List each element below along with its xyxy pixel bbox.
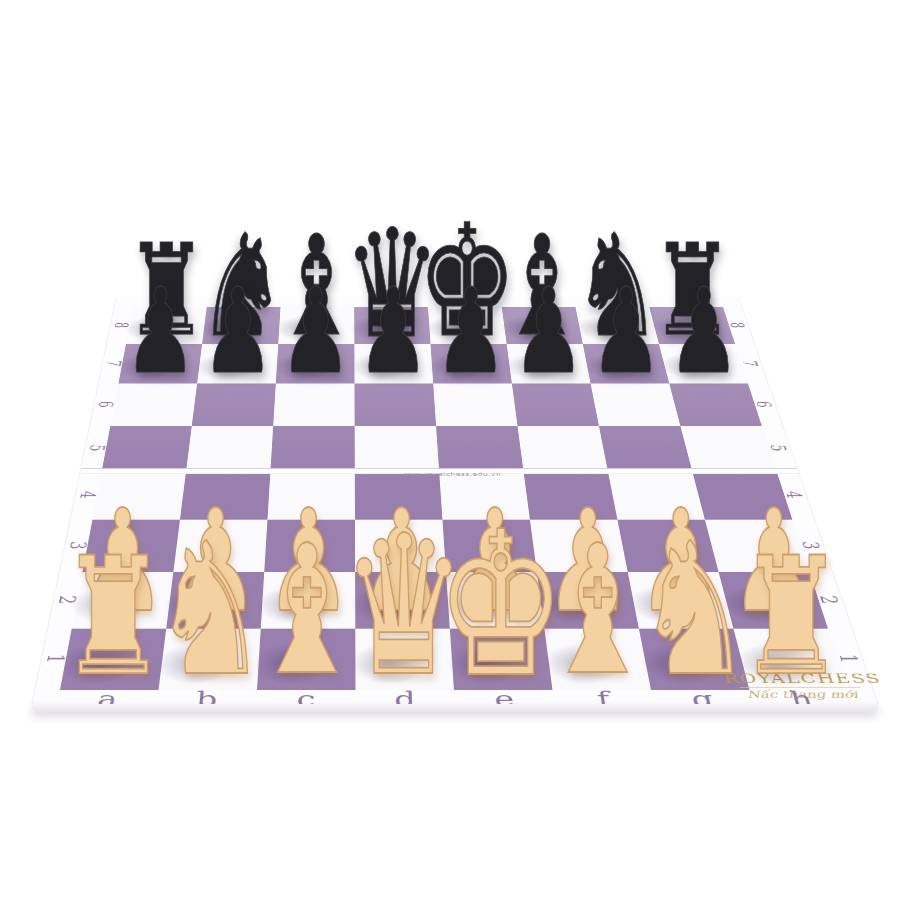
- shadow-c8: [262, 311, 347, 345]
- shadow-c1: [236, 636, 347, 693]
- shadow-h7: [644, 349, 741, 386]
- square-h3: [705, 520, 810, 572]
- square-f5: [517, 426, 607, 471]
- rank-label-right-8: 8: [726, 322, 749, 328]
- rank-label-right-1: 1: [833, 654, 863, 663]
- board-edge: [32, 704, 878, 712]
- shadow-d7: [338, 349, 426, 386]
- rank-label-left-6: 6: [94, 401, 118, 407]
- shadow-d2: [335, 579, 441, 631]
- chess-set-photo: www.royalchess.edu.vn ROYALCHESS Nấc tha…: [0, 0, 900, 900]
- square-e5: [436, 426, 523, 471]
- square-h5: [680, 426, 776, 471]
- shadow-h1: [715, 636, 840, 693]
- square-a4: [92, 471, 186, 520]
- shadow-d8: [338, 311, 423, 345]
- square-g3: [617, 520, 718, 572]
- square-h6: [669, 383, 761, 425]
- rank-label-right-2: 2: [814, 595, 843, 604]
- board-seam-text: www.royalchess.edu.vn: [372, 472, 533, 477]
- shadow-h8: [635, 311, 729, 345]
- shadow-b7: [180, 349, 271, 386]
- square-b3: [173, 520, 267, 572]
- shadow-c7: [259, 349, 347, 386]
- square-a5: [102, 426, 192, 471]
- square-b5: [186, 426, 273, 471]
- square-g4: [608, 471, 705, 520]
- square-f6: [512, 383, 599, 425]
- square-g6: [591, 383, 681, 425]
- square-a6: [110, 383, 197, 425]
- chess-board: www.royalchess.edu.vn ROYALCHESS Nấc tha…: [32, 298, 878, 706]
- square-c4: [267, 471, 354, 520]
- square-g5: [599, 426, 692, 471]
- square-d5: [355, 426, 439, 471]
- shadow-b1: [137, 636, 251, 693]
- square-d3: [355, 520, 446, 572]
- rank-label-left-4: 4: [75, 491, 101, 498]
- square-c6: [273, 383, 354, 425]
- rank-label-right-3: 3: [797, 541, 825, 549]
- rank-label-right-5: 5: [765, 444, 791, 451]
- square-b6: [192, 383, 276, 425]
- shadow-c2: [241, 579, 347, 631]
- square-d4: [355, 471, 443, 520]
- square-e3: [442, 520, 536, 572]
- rank-label-right-7: 7: [738, 360, 762, 366]
- square-d6: [354, 383, 436, 425]
- square-e6: [433, 383, 517, 425]
- square-f3: [530, 520, 628, 572]
- rank-label-right-4: 4: [781, 491, 808, 498]
- square-e4: [439, 471, 530, 520]
- shadow-d1: [335, 636, 446, 693]
- shadow-h2: [701, 579, 820, 631]
- rank-label-left-5: 5: [85, 444, 110, 451]
- square-c3: [264, 520, 355, 572]
- shadow-b2: [146, 579, 256, 631]
- square-f4: [523, 471, 617, 520]
- square-c5: [270, 426, 354, 471]
- rank-label-left-3: 3: [64, 541, 91, 549]
- rank-label-right-6: 6: [751, 401, 776, 407]
- square-a3: [82, 520, 179, 572]
- square-h4: [692, 471, 792, 520]
- square-b4: [180, 471, 270, 520]
- shadow-b8: [186, 311, 274, 345]
